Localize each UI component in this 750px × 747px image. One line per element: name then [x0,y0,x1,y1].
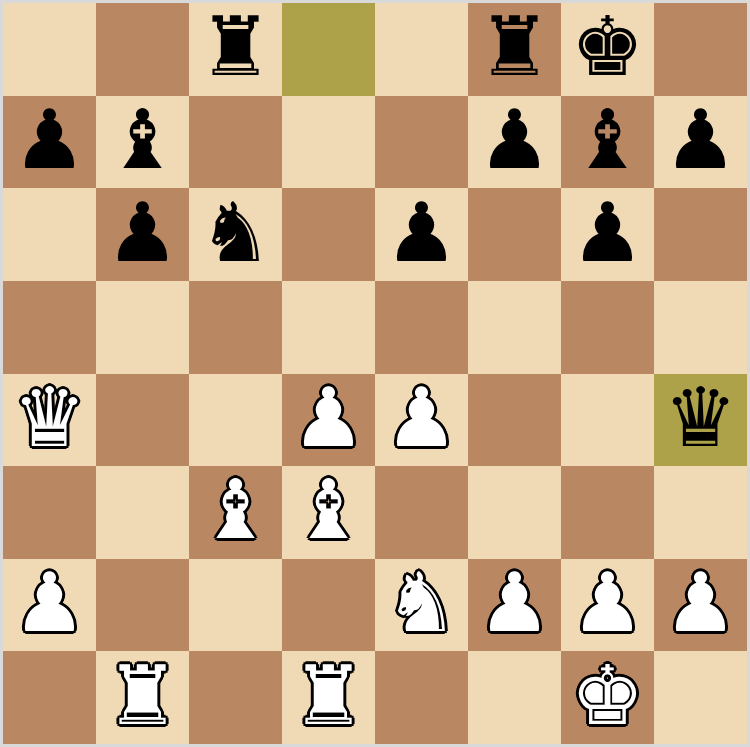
square-c2[interactable] [189,559,282,652]
square-g3[interactable] [561,466,654,559]
square-e8[interactable] [375,3,468,96]
square-d1[interactable]: ♜ [282,651,375,744]
black-pawn[interactable]: ♟ [385,192,459,274]
black-knight[interactable]: ♞ [199,192,273,274]
square-h3[interactable] [654,466,747,559]
white-pawn[interactable]: ♟ [571,562,645,644]
square-f1[interactable] [468,651,561,744]
square-a7[interactable]: ♟ [3,96,96,189]
square-g8[interactable]: ♚ [561,3,654,96]
chess-board-frame: ♜♜♚♟♝♟♝♟♟♞♟♟♛♟♟♛♝♝♟♞♟♟♟♜♜♚ [0,0,750,747]
square-h2[interactable]: ♟ [654,559,747,652]
chess-board: ♜♜♚♟♝♟♝♟♟♞♟♟♛♟♟♛♝♝♟♞♟♟♟♜♜♚ [3,3,747,744]
white-pawn[interactable]: ♟ [385,377,459,459]
white-pawn[interactable]: ♟ [664,562,738,644]
black-bishop[interactable]: ♝ [571,99,645,181]
square-f6[interactable] [468,188,561,281]
square-a2[interactable]: ♟ [3,559,96,652]
black-pawn[interactable]: ♟ [106,192,180,274]
white-knight[interactable]: ♞ [385,562,459,644]
square-d2[interactable] [282,559,375,652]
square-d5[interactable] [282,281,375,374]
square-b6[interactable]: ♟ [96,188,189,281]
black-pawn[interactable]: ♟ [571,192,645,274]
square-g4[interactable] [561,374,654,467]
square-e3[interactable] [375,466,468,559]
black-rook[interactable]: ♜ [478,6,552,88]
square-b2[interactable] [96,559,189,652]
square-f3[interactable] [468,466,561,559]
square-b3[interactable] [96,466,189,559]
square-b4[interactable] [96,374,189,467]
square-f4[interactable] [468,374,561,467]
black-queen[interactable]: ♛ [664,377,738,459]
square-a6[interactable] [3,188,96,281]
white-pawn[interactable]: ♟ [292,377,366,459]
white-rook[interactable]: ♜ [106,655,180,737]
square-g5[interactable] [561,281,654,374]
square-c4[interactable] [189,374,282,467]
square-h8[interactable] [654,3,747,96]
square-h5[interactable] [654,281,747,374]
square-b7[interactable]: ♝ [96,96,189,189]
square-a1[interactable] [3,651,96,744]
square-e5[interactable] [375,281,468,374]
square-b1[interactable]: ♜ [96,651,189,744]
black-pawn[interactable]: ♟ [664,99,738,181]
square-b8[interactable] [96,3,189,96]
square-a3[interactable] [3,466,96,559]
white-bishop[interactable]: ♝ [199,469,273,551]
square-c8[interactable]: ♜ [189,3,282,96]
square-h1[interactable] [654,651,747,744]
white-queen[interactable]: ♛ [13,377,87,459]
square-a4[interactable]: ♛ [3,374,96,467]
square-d8[interactable] [282,3,375,96]
square-c3[interactable]: ♝ [189,466,282,559]
square-f8[interactable]: ♜ [468,3,561,96]
square-h4[interactable]: ♛ [654,374,747,467]
square-a8[interactable] [3,3,96,96]
black-pawn[interactable]: ♟ [13,99,87,181]
square-c6[interactable]: ♞ [189,188,282,281]
square-g7[interactable]: ♝ [561,96,654,189]
square-g1[interactable]: ♚ [561,651,654,744]
black-king[interactable]: ♚ [571,6,645,88]
square-d7[interactable] [282,96,375,189]
black-rook[interactable]: ♜ [199,6,273,88]
square-f5[interactable] [468,281,561,374]
square-e4[interactable]: ♟ [375,374,468,467]
square-c1[interactable] [189,651,282,744]
square-e1[interactable] [375,651,468,744]
square-d6[interactable] [282,188,375,281]
square-g6[interactable]: ♟ [561,188,654,281]
square-d4[interactable]: ♟ [282,374,375,467]
black-bishop[interactable]: ♝ [106,99,180,181]
square-e6[interactable]: ♟ [375,188,468,281]
white-bishop[interactable]: ♝ [292,469,366,551]
square-a5[interactable] [3,281,96,374]
square-f2[interactable]: ♟ [468,559,561,652]
white-king[interactable]: ♚ [571,655,645,737]
square-c7[interactable] [189,96,282,189]
square-e2[interactable]: ♞ [375,559,468,652]
square-g2[interactable]: ♟ [561,559,654,652]
square-h6[interactable] [654,188,747,281]
square-e7[interactable] [375,96,468,189]
square-c5[interactable] [189,281,282,374]
black-pawn[interactable]: ♟ [478,99,552,181]
square-d3[interactable]: ♝ [282,466,375,559]
square-b5[interactable] [96,281,189,374]
white-pawn[interactable]: ♟ [13,562,87,644]
white-pawn[interactable]: ♟ [478,562,552,644]
white-rook[interactable]: ♜ [292,655,366,737]
square-h7[interactable]: ♟ [654,96,747,189]
square-f7[interactable]: ♟ [468,96,561,189]
